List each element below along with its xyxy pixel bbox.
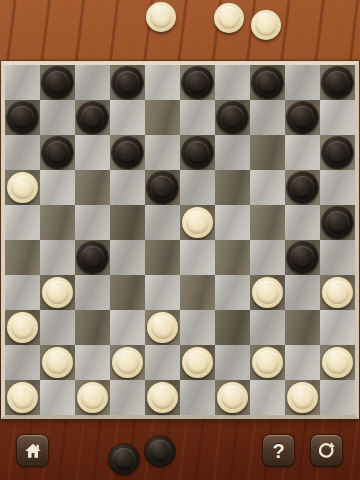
square-8-10: [320, 310, 355, 345]
square-2-2: [40, 100, 75, 135]
square-6-3[interactable]: [75, 240, 110, 275]
black-piece[interactable]: [7, 102, 38, 133]
square-9-9: [285, 345, 320, 380]
question-mark-icon: ?: [272, 441, 284, 461]
square-8-7[interactable]: [215, 310, 250, 345]
square-8-8: [250, 310, 285, 345]
square-4-6: [180, 170, 215, 205]
square-6-4: [110, 240, 145, 275]
square-1-9: [285, 65, 320, 100]
square-4-2: [40, 170, 75, 205]
captured-white-piece: [146, 2, 176, 32]
white-piece[interactable]: [252, 347, 283, 378]
square-9-3: [75, 345, 110, 380]
square-1-1: [5, 65, 40, 100]
square-9-10[interactable]: [320, 345, 355, 380]
square-3-6[interactable]: [180, 135, 215, 170]
square-2-1[interactable]: [5, 100, 40, 135]
square-10-9[interactable]: [285, 380, 320, 415]
square-8-1[interactable]: [5, 310, 40, 345]
square-4-3[interactable]: [75, 170, 110, 205]
square-10-6: [180, 380, 215, 415]
black-piece[interactable]: [287, 102, 318, 133]
square-3-9: [285, 135, 320, 170]
square-4-9[interactable]: [285, 170, 320, 205]
square-3-3: [75, 135, 110, 170]
white-piece[interactable]: [42, 347, 73, 378]
square-7-7: [215, 275, 250, 310]
square-1-5: [145, 65, 180, 100]
square-3-5: [145, 135, 180, 170]
square-8-2: [40, 310, 75, 345]
black-piece[interactable]: [42, 137, 73, 168]
checkers-app-screen: { "game": "checkers (international draug…: [0, 0, 360, 480]
square-5-10[interactable]: [320, 205, 355, 240]
square-4-4: [110, 170, 145, 205]
square-7-6[interactable]: [180, 275, 215, 310]
captured-black-piece: [145, 436, 175, 466]
square-10-5[interactable]: [145, 380, 180, 415]
square-6-2: [40, 240, 75, 275]
black-piece[interactable]: [77, 102, 108, 133]
square-1-2[interactable]: [40, 65, 75, 100]
black-piece[interactable]: [287, 172, 318, 203]
square-10-1[interactable]: [5, 380, 40, 415]
square-4-7[interactable]: [215, 170, 250, 205]
square-5-2[interactable]: [40, 205, 75, 240]
white-piece[interactable]: [322, 277, 353, 308]
square-4-10: [320, 170, 355, 205]
restart-button[interactable]: [311, 435, 342, 466]
square-3-4[interactable]: [110, 135, 145, 170]
square-9-7: [215, 345, 250, 380]
square-9-5: [145, 345, 180, 380]
white-piece[interactable]: [7, 382, 38, 413]
square-9-2[interactable]: [40, 345, 75, 380]
square-1-8[interactable]: [250, 65, 285, 100]
square-1-6[interactable]: [180, 65, 215, 100]
white-piece[interactable]: [112, 347, 143, 378]
captured-white-piece: [251, 10, 281, 40]
square-7-5: [145, 275, 180, 310]
black-piece[interactable]: [147, 172, 178, 203]
square-6-6: [180, 240, 215, 275]
square-10-2: [40, 380, 75, 415]
square-7-1: [5, 275, 40, 310]
white-piece[interactable]: [7, 312, 38, 343]
white-piece[interactable]: [77, 382, 108, 413]
square-2-8: [250, 100, 285, 135]
square-2-3[interactable]: [75, 100, 110, 135]
captured-black-piece: [109, 444, 139, 474]
restart-icon: [316, 440, 337, 461]
white-piece[interactable]: [182, 347, 213, 378]
white-piece[interactable]: [252, 277, 283, 308]
square-7-2[interactable]: [40, 275, 75, 310]
square-5-7: [215, 205, 250, 240]
square-6-9[interactable]: [285, 240, 320, 275]
square-6-1[interactable]: [5, 240, 40, 275]
square-4-8: [250, 170, 285, 205]
square-7-3: [75, 275, 110, 310]
white-piece[interactable]: [322, 347, 353, 378]
white-piece[interactable]: [182, 207, 213, 238]
square-5-3: [75, 205, 110, 240]
white-piece[interactable]: [287, 382, 318, 413]
black-piece[interactable]: [322, 67, 353, 98]
square-6-10: [320, 240, 355, 275]
square-8-4: [110, 310, 145, 345]
square-1-10[interactable]: [320, 65, 355, 100]
captured-white-piece: [214, 3, 244, 33]
square-5-9: [285, 205, 320, 240]
square-9-6[interactable]: [180, 345, 215, 380]
square-8-5[interactable]: [145, 310, 180, 345]
black-piece[interactable]: [217, 102, 248, 133]
square-5-1: [5, 205, 40, 240]
square-10-10: [320, 380, 355, 415]
white-piece[interactable]: [7, 172, 38, 203]
board-frame: [1, 61, 359, 419]
square-5-6[interactable]: [180, 205, 215, 240]
white-piece[interactable]: [217, 382, 248, 413]
square-7-10[interactable]: [320, 275, 355, 310]
black-piece[interactable]: [42, 67, 73, 98]
black-piece[interactable]: [252, 67, 283, 98]
square-2-6: [180, 100, 215, 135]
square-9-8[interactable]: [250, 345, 285, 380]
square-7-9: [285, 275, 320, 310]
square-2-5[interactable]: [145, 100, 180, 135]
square-7-4[interactable]: [110, 275, 145, 310]
square-4-5[interactable]: [145, 170, 180, 205]
black-piece[interactable]: [322, 137, 353, 168]
home-button[interactable]: [17, 435, 48, 466]
square-5-8[interactable]: [250, 205, 285, 240]
square-5-4[interactable]: [110, 205, 145, 240]
square-6-7[interactable]: [215, 240, 250, 275]
square-9-4[interactable]: [110, 345, 145, 380]
square-3-2[interactable]: [40, 135, 75, 170]
board: [5, 65, 355, 415]
square-3-10[interactable]: [320, 135, 355, 170]
help-button[interactable]: ?: [263, 435, 294, 466]
square-3-7: [215, 135, 250, 170]
square-8-9[interactable]: [285, 310, 320, 345]
black-piece[interactable]: [182, 137, 213, 168]
home-icon: [23, 441, 43, 461]
square-10-7[interactable]: [215, 380, 250, 415]
square-1-4[interactable]: [110, 65, 145, 100]
black-piece[interactable]: [77, 242, 108, 273]
white-piece[interactable]: [147, 382, 178, 413]
square-2-7[interactable]: [215, 100, 250, 135]
black-piece[interactable]: [182, 67, 213, 98]
square-5-5: [145, 205, 180, 240]
black-piece[interactable]: [112, 67, 143, 98]
square-8-6: [180, 310, 215, 345]
square-3-1: [5, 135, 40, 170]
square-10-8: [250, 380, 285, 415]
black-piece[interactable]: [112, 137, 143, 168]
black-piece[interactable]: [322, 207, 353, 238]
square-10-3[interactable]: [75, 380, 110, 415]
square-6-5[interactable]: [145, 240, 180, 275]
black-piece[interactable]: [287, 242, 318, 273]
square-2-10: [320, 100, 355, 135]
square-2-9[interactable]: [285, 100, 320, 135]
square-4-1[interactable]: [5, 170, 40, 205]
square-1-3: [75, 65, 110, 100]
square-2-4: [110, 100, 145, 135]
square-3-8[interactable]: [250, 135, 285, 170]
square-6-8: [250, 240, 285, 275]
square-7-8[interactable]: [250, 275, 285, 310]
square-9-1: [5, 345, 40, 380]
white-piece[interactable]: [42, 277, 73, 308]
white-piece[interactable]: [147, 312, 178, 343]
square-8-3[interactable]: [75, 310, 110, 345]
square-1-7: [215, 65, 250, 100]
square-10-4: [110, 380, 145, 415]
